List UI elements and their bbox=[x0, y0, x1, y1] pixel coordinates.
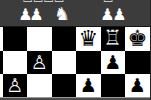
square-r2c6[interactable]: ♟ bbox=[125, 74, 150, 97]
square-r0c3[interactable] bbox=[52, 27, 77, 51]
white-pawn: ♙ bbox=[6, 76, 23, 95]
square-r2c5[interactable] bbox=[101, 74, 126, 97]
square-r2c1[interactable]: ♙ bbox=[3, 74, 28, 97]
chess-app-screenshot: ♙♙♙♙♙♟♟♞♟♟ ♛♖♚♙♟♙♟♟ bbox=[0, 0, 150, 100]
square-r1c5[interactable]: ♟ bbox=[101, 51, 126, 75]
black-queen: ♛ bbox=[78, 28, 98, 50]
square-r0c5[interactable]: ♖ bbox=[101, 27, 126, 51]
square-r1c6[interactable] bbox=[125, 51, 150, 75]
square-r1c2[interactable]: ♙ bbox=[27, 51, 52, 75]
square-r0c1[interactable] bbox=[3, 27, 28, 51]
square-r0c6[interactable]: ♚ bbox=[125, 27, 150, 51]
square-r2c3[interactable] bbox=[52, 74, 77, 97]
black-king: ♚ bbox=[127, 28, 147, 50]
black-pawn: ♟ bbox=[80, 76, 97, 95]
square-r2c2[interactable] bbox=[27, 74, 52, 97]
black-pawn: ♟ bbox=[104, 53, 121, 72]
square-r1c7[interactable] bbox=[150, 51, 151, 75]
square-r1c4[interactable] bbox=[76, 51, 101, 75]
white-pawn: ♙ bbox=[31, 53, 48, 72]
square-r0c7[interactable] bbox=[150, 27, 151, 51]
black-pawn: ♟ bbox=[129, 76, 146, 95]
chess-board: ♛♖♚♙♟♙♟♟ bbox=[0, 0, 150, 100]
square-r1c1[interactable] bbox=[3, 51, 28, 75]
square-r0c4[interactable]: ♛ bbox=[76, 27, 101, 51]
square-r2c4[interactable]: ♟ bbox=[76, 74, 101, 97]
square-r1c3[interactable] bbox=[52, 51, 77, 75]
white-rook: ♖ bbox=[103, 28, 122, 49]
board-bottom-edge bbox=[0, 97, 150, 100]
square-r2c7[interactable] bbox=[150, 74, 151, 97]
square-r0c2[interactable] bbox=[27, 27, 52, 51]
